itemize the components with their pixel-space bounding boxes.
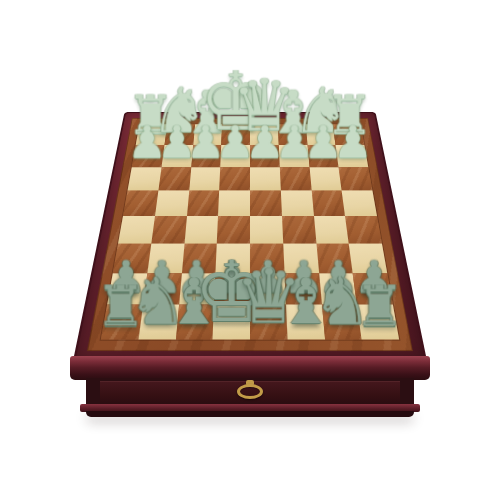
square-a5[interactable] <box>123 191 158 216</box>
square-h7[interactable]: ♟ <box>336 145 369 167</box>
square-f4[interactable] <box>282 216 316 243</box>
square-f5[interactable] <box>281 191 314 216</box>
square-h6[interactable] <box>339 167 373 191</box>
square-e4[interactable] <box>250 216 283 243</box>
square-a6[interactable] <box>128 167 162 191</box>
square-a4[interactable] <box>118 216 155 243</box>
board-grid: ♜♞♝♚♛♝♞♜♟♟♟♟♟♟♟♟♟♟♟♟♟♟♟♟♜♞♝♚♛♝♞♜ <box>101 124 399 339</box>
chess-set-photo: ♜♞♝♚♛♝♞♜♟♟♟♟♟♟♟♟♟♟♟♟♟♟♟♟♜♞♝♚♛♝♞♜ <box>0 0 500 500</box>
board-front-molding <box>70 356 430 380</box>
far-pawn-h7[interactable]: ♟ <box>333 119 373 163</box>
square-b6[interactable] <box>158 167 191 191</box>
square-h5[interactable] <box>342 191 377 216</box>
chess-board-frame: ♜♞♝♚♛♝♞♜♟♟♟♟♟♟♟♟♟♟♟♟♟♟♟♟♜♞♝♚♛♝♞♜ <box>73 112 428 363</box>
square-c5[interactable] <box>187 191 220 216</box>
square-d5[interactable] <box>218 191 250 216</box>
square-h4[interactable] <box>345 216 382 243</box>
base-foot-bottom <box>86 411 414 417</box>
square-e6[interactable] <box>250 167 281 191</box>
square-g4[interactable] <box>314 216 349 243</box>
square-g5[interactable] <box>311 191 345 216</box>
square-h1[interactable]: ♜ <box>357 305 399 340</box>
board-scene: ♜♞♝♚♛♝♞♜♟♟♟♟♟♟♟♟♟♟♟♟♟♟♟♟♜♞♝♚♛♝♞♜ <box>103 69 397 363</box>
brass-ring-icon <box>237 384 263 399</box>
square-c4[interactable] <box>184 216 218 243</box>
square-d6[interactable] <box>219 167 250 191</box>
square-f6[interactable] <box>280 167 312 191</box>
square-b4[interactable] <box>151 216 186 243</box>
square-b5[interactable] <box>155 191 189 216</box>
drawer-handle <box>237 380 263 400</box>
square-e5[interactable] <box>250 191 282 216</box>
square-d4[interactable] <box>217 216 250 243</box>
near-rook-h1[interactable]: ♜ <box>354 278 404 334</box>
square-c6[interactable] <box>189 167 221 191</box>
square-g6[interactable] <box>309 167 342 191</box>
